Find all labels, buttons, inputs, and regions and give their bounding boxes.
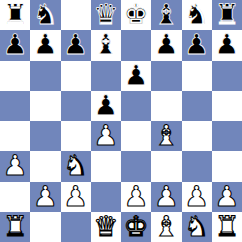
white-bishop-f4[interactable]: ♝ [154, 121, 179, 151]
square-c4[interactable] [61, 121, 91, 151]
black-knight-g8[interactable]: ♞ [184, 0, 209, 30]
white-knight-g1[interactable]: ♞ [184, 212, 209, 242]
square-h1[interactable]: ♜ [212, 212, 242, 242]
black-pawn-e6[interactable]: ♟ [124, 61, 149, 91]
white-pawn-f2[interactable]: ♟ [154, 182, 179, 212]
black-pawn-b7[interactable]: ♟ [33, 30, 58, 60]
black-pawn-d5[interactable]: ♟ [93, 91, 118, 121]
square-g5[interactable] [182, 91, 212, 121]
square-h6[interactable] [212, 61, 242, 91]
square-e1[interactable]: ♚ [121, 212, 151, 242]
square-e3[interactable] [121, 151, 151, 181]
black-pawn-h7[interactable]: ♟ [214, 30, 239, 60]
square-f3[interactable] [151, 151, 181, 181]
square-a2[interactable] [0, 182, 30, 212]
square-a7[interactable]: ♟ [0, 30, 30, 60]
square-d8[interactable]: ♛ [91, 0, 121, 30]
square-g8[interactable]: ♞ [182, 0, 212, 30]
square-b5[interactable] [30, 91, 60, 121]
white-pawn-e2[interactable]: ♟ [124, 182, 149, 212]
square-e5[interactable] [121, 91, 151, 121]
square-h8[interactable]: ♜ [212, 0, 242, 30]
black-rook-a8[interactable]: ♜ [3, 0, 28, 30]
square-c5[interactable] [61, 91, 91, 121]
square-c8[interactable] [61, 0, 91, 30]
square-g7[interactable]: ♟ [182, 30, 212, 60]
square-h3[interactable] [212, 151, 242, 181]
square-d6[interactable] [91, 61, 121, 91]
square-f5[interactable] [151, 91, 181, 121]
white-pawn-h2[interactable]: ♟ [214, 182, 239, 212]
white-queen-d1[interactable]: ♛ [93, 212, 118, 242]
square-d1[interactable]: ♛ [91, 212, 121, 242]
black-pawn-f7[interactable]: ♟ [154, 30, 179, 60]
square-c3[interactable]: ♞ [61, 151, 91, 181]
square-g1[interactable]: ♞ [182, 212, 212, 242]
square-b6[interactable] [30, 61, 60, 91]
square-g2[interactable]: ♟ [182, 182, 212, 212]
square-g3[interactable] [182, 151, 212, 181]
chess-board: ♜♞♛♚♝♞♜♟♟♟♝♟♟♟♟♟♟♝♟♞♟♟♟♟♟♟♜♛♚♝♞♜ [0, 0, 242, 242]
square-b1[interactable] [30, 212, 60, 242]
square-f8[interactable]: ♝ [151, 0, 181, 30]
square-d3[interactable] [91, 151, 121, 181]
square-a3[interactable]: ♟ [0, 151, 30, 181]
square-c2[interactable]: ♟ [61, 182, 91, 212]
square-a5[interactable] [0, 91, 30, 121]
black-pawn-a7[interactable]: ♟ [3, 30, 28, 60]
square-b2[interactable]: ♟ [30, 182, 60, 212]
white-knight-c3[interactable]: ♞ [63, 151, 88, 181]
square-g4[interactable] [182, 121, 212, 151]
white-pawn-d4[interactable]: ♟ [93, 121, 118, 151]
white-pawn-a3[interactable]: ♟ [3, 151, 28, 181]
square-g6[interactable] [182, 61, 212, 91]
square-d4[interactable]: ♟ [91, 121, 121, 151]
white-king-e1[interactable]: ♚ [124, 212, 149, 242]
white-bishop-f1[interactable]: ♝ [154, 212, 179, 242]
black-queen-d8[interactable]: ♛ [93, 0, 118, 30]
black-bishop-f8[interactable]: ♝ [154, 0, 179, 30]
black-pawn-c7[interactable]: ♟ [63, 30, 88, 60]
square-h5[interactable] [212, 91, 242, 121]
black-pawn-g7[interactable]: ♟ [184, 30, 209, 60]
white-rook-h1[interactable]: ♜ [214, 212, 239, 242]
square-d5[interactable]: ♟ [91, 91, 121, 121]
black-knight-b8[interactable]: ♞ [33, 0, 58, 30]
square-b7[interactable]: ♟ [30, 30, 60, 60]
square-e6[interactable]: ♟ [121, 61, 151, 91]
white-pawn-b2[interactable]: ♟ [33, 182, 58, 212]
square-b4[interactable] [30, 121, 60, 151]
black-rook-h8[interactable]: ♜ [214, 0, 239, 30]
square-a4[interactable] [0, 121, 30, 151]
square-h2[interactable]: ♟ [212, 182, 242, 212]
square-e8[interactable]: ♚ [121, 0, 151, 30]
square-b3[interactable] [30, 151, 60, 181]
square-h4[interactable] [212, 121, 242, 151]
square-f6[interactable] [151, 61, 181, 91]
square-a6[interactable] [0, 61, 30, 91]
square-a1[interactable]: ♜ [0, 212, 30, 242]
square-f2[interactable]: ♟ [151, 182, 181, 212]
square-d7[interactable]: ♝ [91, 30, 121, 60]
black-bishop-d7[interactable]: ♝ [93, 30, 118, 60]
square-b8[interactable]: ♞ [30, 0, 60, 30]
square-f1[interactable]: ♝ [151, 212, 181, 242]
white-rook-a1[interactable]: ♜ [3, 212, 28, 242]
square-c7[interactable]: ♟ [61, 30, 91, 60]
square-h7[interactable]: ♟ [212, 30, 242, 60]
square-c1[interactable] [61, 212, 91, 242]
square-d2[interactable] [91, 182, 121, 212]
square-e7[interactable] [121, 30, 151, 60]
square-f7[interactable]: ♟ [151, 30, 181, 60]
square-f4[interactable]: ♝ [151, 121, 181, 151]
square-e4[interactable] [121, 121, 151, 151]
white-pawn-g2[interactable]: ♟ [184, 182, 209, 212]
black-king-e8[interactable]: ♚ [124, 0, 149, 30]
square-c6[interactable] [61, 61, 91, 91]
white-pawn-c2[interactable]: ♟ [63, 182, 88, 212]
square-e2[interactable]: ♟ [121, 182, 151, 212]
square-a8[interactable]: ♜ [0, 0, 30, 30]
